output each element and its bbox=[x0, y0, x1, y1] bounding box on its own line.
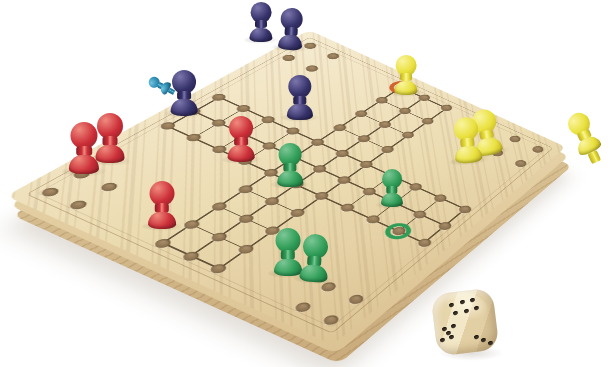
peg-base bbox=[171, 99, 198, 116]
peg-teal[interactable] bbox=[146, 74, 172, 96]
peg-red[interactable] bbox=[68, 122, 100, 174]
peg-stem bbox=[587, 149, 601, 164]
peg-green[interactable] bbox=[276, 143, 303, 187]
peg-blue[interactable] bbox=[277, 7, 305, 50]
peg-base bbox=[381, 193, 403, 207]
peg-yellow[interactable] bbox=[394, 55, 419, 95]
peg-base bbox=[69, 155, 99, 174]
peg-blue[interactable] bbox=[249, 2, 274, 42]
peg-base bbox=[454, 145, 482, 164]
peg-green[interactable] bbox=[298, 233, 331, 283]
peg-base bbox=[148, 212, 176, 229]
peg-base bbox=[287, 104, 313, 120]
peg-base bbox=[249, 28, 272, 42]
peg-base bbox=[277, 171, 303, 187]
peg-base bbox=[228, 145, 255, 162]
ludo-scene bbox=[0, 0, 610, 367]
die[interactable] bbox=[434, 291, 496, 353]
peg-blue[interactable] bbox=[286, 75, 314, 120]
pegs-layer bbox=[0, 0, 610, 367]
peg-base bbox=[394, 81, 417, 95]
peg-base bbox=[299, 264, 328, 283]
peg-green[interactable] bbox=[380, 169, 404, 207]
peg-red[interactable] bbox=[147, 181, 177, 229]
peg-yellow[interactable] bbox=[562, 108, 603, 157]
peg-yellow[interactable] bbox=[451, 116, 483, 164]
peg-base bbox=[278, 34, 303, 50]
peg-red[interactable] bbox=[227, 116, 256, 162]
peg-blue[interactable] bbox=[170, 70, 199, 116]
